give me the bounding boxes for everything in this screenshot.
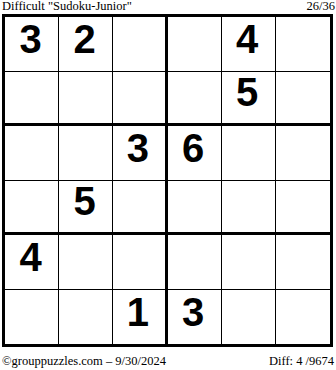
cell-r5c3[interactable]	[113, 235, 167, 290]
cell-r3c4: 6	[168, 126, 222, 181]
given-digit: 4	[236, 19, 258, 59]
cells-to-fill-counter: 26/36	[307, 0, 335, 13]
given-digit: 3	[127, 128, 149, 168]
cell-r3c5[interactable]	[222, 126, 276, 181]
given-digit: 3	[182, 292, 204, 332]
cell-r3c1[interactable]	[5, 126, 59, 181]
given-digit: 2	[74, 19, 96, 59]
cell-r3c2[interactable]	[59, 126, 113, 181]
cell-r2c5: 5	[222, 72, 276, 127]
cell-r6c2[interactable]	[59, 290, 113, 345]
cell-r6c4: 3	[168, 290, 222, 345]
cell-r6c5[interactable]	[222, 290, 276, 345]
copyright-text: ©grouppuzzles.com – 9/30/2024	[2, 354, 166, 368]
cell-r2c2[interactable]	[59, 72, 113, 127]
cell-r4c2: 5	[59, 181, 113, 236]
cell-r1c4[interactable]	[168, 17, 222, 72]
cell-r6c1[interactable]	[5, 290, 59, 345]
given-digit: 6	[182, 128, 204, 168]
given-digit: 5	[236, 72, 258, 112]
cell-r4c1[interactable]	[5, 181, 59, 236]
cell-r4c4[interactable]	[168, 181, 222, 236]
cell-r1c6[interactable]	[276, 17, 330, 72]
cell-r5c5[interactable]	[222, 235, 276, 290]
cell-r2c4[interactable]	[168, 72, 222, 127]
cell-r1c5: 4	[222, 17, 276, 72]
given-digit: 1	[127, 292, 149, 332]
cell-r5c6[interactable]	[276, 235, 330, 290]
given-digit: 4	[19, 237, 41, 277]
puzzle-title: Difficult "Sudoku-Junior"	[2, 0, 132, 13]
cell-r1c1: 3	[5, 17, 59, 72]
cell-r5c1: 4	[5, 235, 59, 290]
cell-r3c3: 3	[113, 126, 167, 181]
cell-r4c6[interactable]	[276, 181, 330, 236]
cell-r2c6[interactable]	[276, 72, 330, 127]
given-digit: 5	[74, 181, 96, 221]
cell-r2c3[interactable]	[113, 72, 167, 127]
cell-r5c4[interactable]	[168, 235, 222, 290]
cell-r6c6[interactable]	[276, 290, 330, 345]
cell-r4c3[interactable]	[113, 181, 167, 236]
cell-r2c1[interactable]	[5, 72, 59, 127]
cell-r4c5[interactable]	[222, 181, 276, 236]
cell-r1c2: 2	[59, 17, 113, 72]
given-digit: 3	[19, 19, 41, 59]
cell-r1c3[interactable]	[113, 17, 167, 72]
cell-r6c3: 1	[113, 290, 167, 345]
puzzle-page: Difficult "Sudoku-Junior" 26/36 32453654…	[0, 0, 336, 370]
difficulty-text: Diff: 4 /9674	[269, 354, 334, 368]
sudoku-board: 3245365413	[2, 14, 333, 347]
cell-r5c2[interactable]	[59, 235, 113, 290]
cell-r3c6[interactable]	[276, 126, 330, 181]
